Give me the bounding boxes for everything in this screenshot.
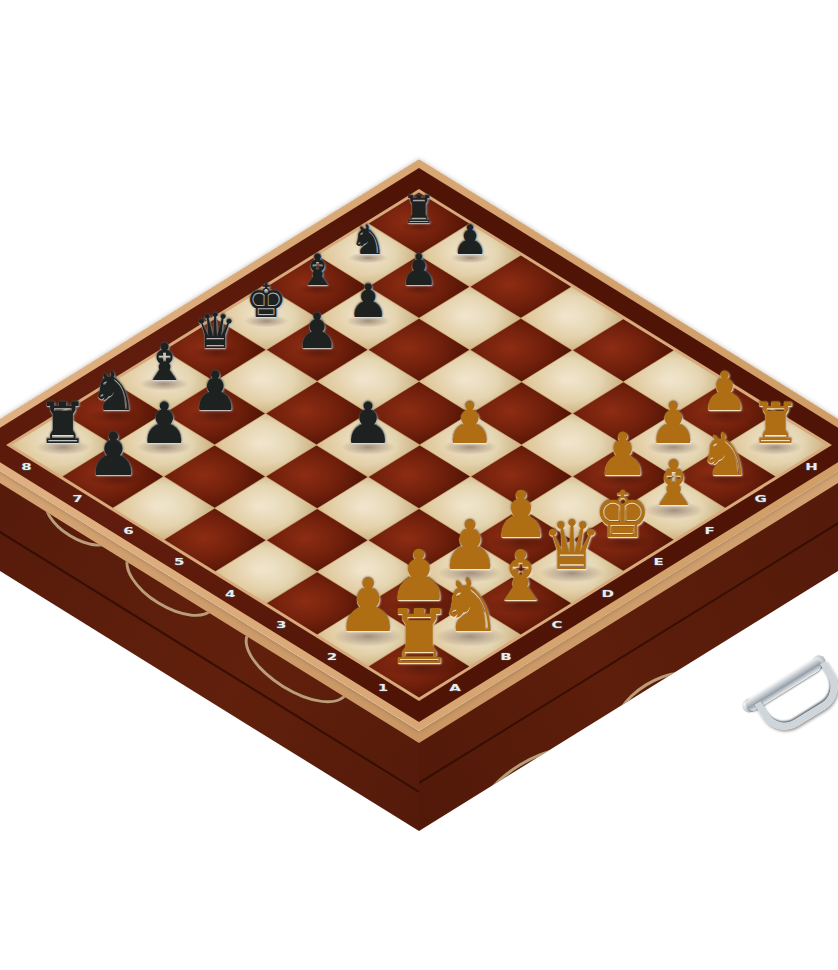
piece-black-bishop-c8[interactable]: ♝: [141, 337, 187, 388]
piece-black-rook-a8[interactable]: ♜: [37, 395, 88, 452]
piece-white-rook-a1[interactable]: ♜: [385, 599, 453, 675]
piece-black-pawn-g7[interactable]: ♟: [400, 249, 439, 292]
piece-black-knight-b8[interactable]: ♞: [89, 366, 138, 420]
piece-white-rook-h1[interactable]: ♜: [750, 395, 801, 452]
piece-white-knight-g1[interactable]: ♞: [698, 424, 751, 483]
piece-black-pawn-e7[interactable]: ♟: [295, 307, 339, 356]
piece-white-pawn-h2[interactable]: ♟: [700, 366, 749, 420]
piece-black-pawn-c7[interactable]: ♟: [191, 366, 240, 420]
pieces-layer: ♜♞♝♛♚♝♞♜♟♟♟♟♟♟♟♟♟♟♟♟♟♟♟♟♜♞♝♛♚♝♞♜: [0, 0, 838, 970]
piece-black-knight-g8[interactable]: ♞: [350, 220, 386, 261]
piece-black-bishop-f8[interactable]: ♝: [298, 249, 337, 292]
piece-black-queen-d8[interactable]: ♛: [194, 307, 238, 356]
piece-white-pawn-e4[interactable]: ♟: [444, 395, 495, 452]
piece-black-king-e8[interactable]: ♚: [246, 278, 287, 324]
piece-white-pawn-f2[interactable]: ♟: [596, 424, 649, 483]
chess-set-photo-scene: 12345678ABCDEFGH ♜♞♝♛♚♝♞♜♟♟♟♟♟♟♟♟♟♟♟♟♟♟♟…: [0, 0, 838, 970]
piece-white-king-e1[interactable]: ♚: [594, 483, 652, 548]
piece-white-bishop-f1[interactable]: ♝: [646, 453, 702, 515]
piece-black-pawn-b7[interactable]: ♟: [139, 395, 190, 452]
piece-white-pawn-g2[interactable]: ♟: [648, 395, 699, 452]
piece-black-pawn-d5[interactable]: ♟: [343, 395, 394, 452]
piece-black-pawn-f7[interactable]: ♟: [347, 278, 388, 324]
piece-black-pawn-h7[interactable]: ♟: [452, 220, 488, 261]
piece-black-rook-h8[interactable]: ♜: [402, 191, 436, 229]
piece-black-pawn-a7[interactable]: ♟: [87, 424, 140, 483]
